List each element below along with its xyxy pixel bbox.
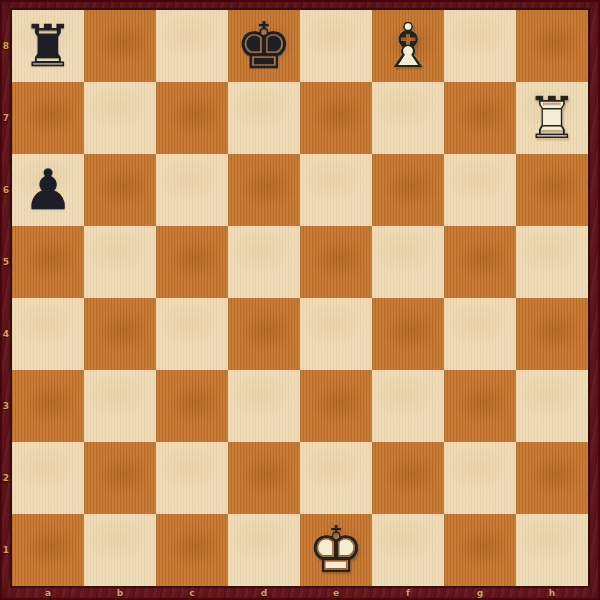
square-f2[interactable] [372, 442, 444, 514]
square-e7[interactable] [300, 82, 372, 154]
square-g8[interactable] [444, 10, 516, 82]
rank-label-3: 3 [0, 370, 12, 442]
square-d8[interactable]: ♚ [228, 10, 300, 82]
file-label-g: g [444, 586, 516, 600]
square-c6[interactable] [156, 154, 228, 226]
black-king[interactable]: ♚ [235, 14, 292, 78]
square-b4[interactable] [84, 298, 156, 370]
square-c7[interactable] [156, 82, 228, 154]
square-c5[interactable] [156, 226, 228, 298]
square-c3[interactable] [156, 370, 228, 442]
square-d2[interactable] [228, 442, 300, 514]
rank-label-6: 6 [0, 154, 12, 226]
square-h8[interactable] [516, 10, 588, 82]
square-g3[interactable] [444, 370, 516, 442]
rank-label-7: 7 [0, 82, 12, 154]
square-f3[interactable] [372, 370, 444, 442]
black-pawn[interactable]: ♟ [23, 162, 73, 218]
square-b5[interactable] [84, 226, 156, 298]
square-a3[interactable] [12, 370, 84, 442]
square-e4[interactable] [300, 298, 372, 370]
white-king[interactable]: ♚♔ [307, 518, 364, 582]
white-rook-outline: ♖ [526, 89, 578, 147]
square-a5[interactable] [12, 226, 84, 298]
square-f6[interactable] [372, 154, 444, 226]
square-c8[interactable] [156, 10, 228, 82]
square-d1[interactable] [228, 514, 300, 586]
square-c1[interactable] [156, 514, 228, 586]
square-d5[interactable] [228, 226, 300, 298]
square-c4[interactable] [156, 298, 228, 370]
square-e8[interactable] [300, 10, 372, 82]
square-e2[interactable] [300, 442, 372, 514]
white-rook[interactable]: ♜♖ [526, 89, 578, 147]
white-bishop[interactable]: ♝♗ [380, 15, 436, 77]
square-b3[interactable] [84, 370, 156, 442]
square-a6[interactable]: ♟ [12, 154, 84, 226]
square-a1[interactable] [12, 514, 84, 586]
square-h3[interactable] [516, 370, 588, 442]
square-a8[interactable]: ♜ [12, 10, 84, 82]
chess-board: ♜♚♝♗♜♖♟♚♔ [12, 10, 588, 586]
white-king-outline: ♔ [307, 518, 364, 582]
black-pawn-glyph: ♟ [23, 162, 73, 218]
square-c2[interactable] [156, 442, 228, 514]
square-b8[interactable] [84, 10, 156, 82]
square-g7[interactable] [444, 82, 516, 154]
rank-label-5: 5 [0, 226, 12, 298]
square-g2[interactable] [444, 442, 516, 514]
square-d3[interactable] [228, 370, 300, 442]
square-d6[interactable] [228, 154, 300, 226]
file-label-h: h [516, 586, 588, 600]
square-d7[interactable] [228, 82, 300, 154]
square-g6[interactable] [444, 154, 516, 226]
square-h5[interactable] [516, 226, 588, 298]
square-f7[interactable] [372, 82, 444, 154]
rank-label-4: 4 [0, 298, 12, 370]
square-b6[interactable] [84, 154, 156, 226]
rank-label-8: 8 [0, 10, 12, 82]
square-b2[interactable] [84, 442, 156, 514]
black-rook-glyph: ♜ [22, 17, 74, 75]
square-h2[interactable] [516, 442, 588, 514]
file-label-f: f [372, 586, 444, 600]
square-d4[interactable] [228, 298, 300, 370]
rank-label-2: 2 [0, 442, 12, 514]
black-rook[interactable]: ♜ [22, 17, 74, 75]
file-label-b: b [84, 586, 156, 600]
file-label-a: a [12, 586, 84, 600]
square-b1[interactable] [84, 514, 156, 586]
chessboard-frame: ♜♚♝♗♜♖♟♚♔ 87654321abcdefgh [0, 0, 600, 600]
black-king-glyph: ♚ [235, 14, 292, 78]
square-a2[interactable] [12, 442, 84, 514]
square-a4[interactable] [12, 298, 84, 370]
square-h1[interactable] [516, 514, 588, 586]
file-label-c: c [156, 586, 228, 600]
square-a7[interactable] [12, 82, 84, 154]
square-e1[interactable]: ♚♔ [300, 514, 372, 586]
file-label-e: e [300, 586, 372, 600]
square-f1[interactable] [372, 514, 444, 586]
square-f5[interactable] [372, 226, 444, 298]
square-h7[interactable]: ♜♖ [516, 82, 588, 154]
square-f4[interactable] [372, 298, 444, 370]
square-e5[interactable] [300, 226, 372, 298]
square-b7[interactable] [84, 82, 156, 154]
square-e3[interactable] [300, 370, 372, 442]
square-g5[interactable] [444, 226, 516, 298]
rank-label-1: 1 [0, 514, 12, 586]
file-label-d: d [228, 586, 300, 600]
square-h4[interactable] [516, 298, 588, 370]
square-f8[interactable]: ♝♗ [372, 10, 444, 82]
square-g1[interactable] [444, 514, 516, 586]
white-bishop-outline: ♗ [380, 15, 436, 77]
square-h6[interactable] [516, 154, 588, 226]
square-g4[interactable] [444, 298, 516, 370]
square-e6[interactable] [300, 154, 372, 226]
